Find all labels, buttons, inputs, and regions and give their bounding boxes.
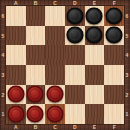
square-a2[interactable] xyxy=(6,85,26,105)
file-label-d: D xyxy=(65,0,85,6)
checker-piece-red-a1[interactable] xyxy=(7,106,24,123)
square-a3[interactable] xyxy=(6,65,26,85)
rank-label-1: 1 xyxy=(124,104,130,124)
square-e3[interactable] xyxy=(85,65,105,85)
rank-label-1: 1 xyxy=(0,104,6,124)
checker-piece-black-f5[interactable] xyxy=(106,27,123,44)
square-f3[interactable] xyxy=(104,65,124,85)
square-b6[interactable] xyxy=(26,6,46,26)
square-e1[interactable] xyxy=(85,104,105,124)
checker-piece-black-d6[interactable] xyxy=(66,7,83,24)
square-c6[interactable] xyxy=(45,6,65,26)
rank-label-5: 5 xyxy=(0,26,6,46)
rank-label-2: 2 xyxy=(124,85,130,105)
file-label-c: C xyxy=(45,124,65,130)
square-e6[interactable] xyxy=(85,6,105,26)
square-d6[interactable] xyxy=(65,6,85,26)
checkers-board: ABCDEF ABCDEF 654321 654321 xyxy=(0,0,130,130)
file-labels-bottom: ABCDEF xyxy=(6,124,124,130)
square-f2[interactable] xyxy=(104,85,124,105)
square-c1[interactable] xyxy=(45,104,65,124)
square-a5[interactable] xyxy=(6,26,26,46)
file-label-a: A xyxy=(6,124,26,130)
file-label-b: B xyxy=(26,0,46,6)
square-b1[interactable] xyxy=(26,104,46,124)
square-b2[interactable] xyxy=(26,85,46,105)
square-e5[interactable] xyxy=(85,26,105,46)
square-d4[interactable] xyxy=(65,45,85,65)
rank-labels-right: 654321 xyxy=(124,6,130,124)
square-c2[interactable] xyxy=(45,85,65,105)
rank-label-4: 4 xyxy=(0,45,6,65)
file-label-f: F xyxy=(104,124,124,130)
square-d3[interactable] xyxy=(65,65,85,85)
checker-piece-red-c1[interactable] xyxy=(47,106,64,123)
checker-piece-black-e6[interactable] xyxy=(86,7,103,24)
square-f5[interactable] xyxy=(104,26,124,46)
rank-label-6: 6 xyxy=(124,6,130,26)
board-grid xyxy=(6,6,124,124)
rank-label-6: 6 xyxy=(0,6,6,26)
square-f1[interactable] xyxy=(104,104,124,124)
rank-label-4: 4 xyxy=(124,45,130,65)
square-b3[interactable] xyxy=(26,65,46,85)
file-label-b: B xyxy=(26,124,46,130)
square-b4[interactable] xyxy=(26,45,46,65)
rank-label-3: 3 xyxy=(124,65,130,85)
square-d1[interactable] xyxy=(65,104,85,124)
square-a4[interactable] xyxy=(6,45,26,65)
rank-labels-left: 654321 xyxy=(0,6,6,124)
square-e4[interactable] xyxy=(85,45,105,65)
square-c4[interactable] xyxy=(45,45,65,65)
checker-piece-black-d5[interactable] xyxy=(66,27,83,44)
square-b5[interactable] xyxy=(26,26,46,46)
checker-piece-red-b1[interactable] xyxy=(27,106,44,123)
file-label-e: E xyxy=(85,0,105,6)
square-c5[interactable] xyxy=(45,26,65,46)
square-f6[interactable] xyxy=(104,6,124,26)
square-a1[interactable] xyxy=(6,104,26,124)
rank-label-2: 2 xyxy=(0,85,6,105)
file-label-e: E xyxy=(85,124,105,130)
square-f4[interactable] xyxy=(104,45,124,65)
checker-piece-black-e5[interactable] xyxy=(86,27,103,44)
file-labels-top: ABCDEF xyxy=(6,0,124,6)
checker-piece-red-a2[interactable] xyxy=(7,86,24,103)
square-a6[interactable] xyxy=(6,6,26,26)
file-label-a: A xyxy=(6,0,26,6)
square-d2[interactable] xyxy=(65,85,85,105)
checker-piece-black-f6[interactable] xyxy=(106,7,123,24)
square-d5[interactable] xyxy=(65,26,85,46)
rank-label-3: 3 xyxy=(0,65,6,85)
file-label-f: F xyxy=(104,0,124,6)
square-c3[interactable] xyxy=(45,65,65,85)
checker-piece-red-c2[interactable] xyxy=(47,86,64,103)
rank-label-5: 5 xyxy=(124,26,130,46)
file-label-c: C xyxy=(45,0,65,6)
square-e2[interactable] xyxy=(85,85,105,105)
file-label-d: D xyxy=(65,124,85,130)
checker-piece-red-b2[interactable] xyxy=(27,86,44,103)
